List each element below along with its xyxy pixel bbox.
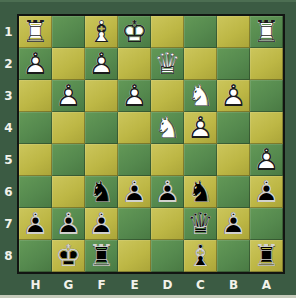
square-e1[interactable]: ♚♔ — [118, 16, 151, 48]
square-d5[interactable] — [151, 144, 184, 176]
file-label-e: E — [118, 275, 151, 295]
piece-wP-fill: ♟ — [19, 48, 52, 80]
piece-wN-fill: ♞ — [151, 112, 184, 144]
piece-wN-fill: ♞ — [184, 80, 217, 112]
square-g8[interactable]: ♚♔ — [52, 240, 85, 272]
square-h5[interactable] — [19, 144, 52, 176]
white-pawn-icon: ♙ — [250, 144, 283, 176]
white-knight-icon: ♘ — [151, 112, 184, 144]
piece-wP-fill: ♟ — [217, 80, 250, 112]
square-d2[interactable]: ♛♕ — [151, 48, 184, 80]
piece-bP-fill: ♟ — [151, 176, 184, 208]
black-pawn-icon: ♙ — [52, 208, 85, 240]
square-e3[interactable]: ♟♙ — [118, 80, 151, 112]
square-b4[interactable] — [217, 112, 250, 144]
black-knight-icon: ♘ — [85, 176, 118, 208]
rank-label-2: 2 — [0, 48, 17, 80]
square-f2[interactable]: ♟♙ — [85, 48, 118, 80]
piece-bB-fill: ♝ — [184, 240, 217, 272]
rank-label-8: 8 — [0, 240, 17, 272]
square-e5[interactable] — [118, 144, 151, 176]
piece-wP-fill: ♟ — [250, 144, 283, 176]
white-pawn-icon: ♙ — [52, 80, 85, 112]
square-f1[interactable]: ♝♗ — [85, 16, 118, 48]
file-label-h: H — [19, 275, 52, 295]
file-label-b: B — [217, 275, 250, 295]
square-c3[interactable]: ♞♘ — [184, 80, 217, 112]
square-e6[interactable]: ♟♙ — [118, 176, 151, 208]
square-b7[interactable]: ♟♙ — [217, 208, 250, 240]
square-c7[interactable]: ♛♕ — [184, 208, 217, 240]
piece-wK-fill: ♚ — [118, 16, 151, 48]
square-b8[interactable] — [217, 240, 250, 272]
square-c5[interactable] — [184, 144, 217, 176]
piece-bP-fill: ♟ — [250, 176, 283, 208]
square-f5[interactable] — [85, 144, 118, 176]
square-f6[interactable]: ♞♘ — [85, 176, 118, 208]
piece-wP-fill: ♟ — [52, 80, 85, 112]
piece-bQ-fill: ♛ — [184, 208, 217, 240]
black-rook-icon: ♖ — [250, 240, 283, 272]
square-a6[interactable]: ♟♙ — [250, 176, 283, 208]
square-h7[interactable]: ♟♙ — [19, 208, 52, 240]
square-a2[interactable] — [250, 48, 283, 80]
piece-wB-fill: ♝ — [85, 16, 118, 48]
chess-board[interactable]: ♜♖♝♗♚♔♜♖♟♙♟♙♛♕♟♙♟♙♞♘♟♙♞♘♟♙♟♙♞♘♟♙♟♙♞♘♟♙♟♙… — [17, 14, 285, 274]
square-e7[interactable] — [118, 208, 151, 240]
square-h6[interactable] — [19, 176, 52, 208]
black-bishop-icon: ♗ — [184, 240, 217, 272]
square-a1[interactable]: ♜♖ — [250, 16, 283, 48]
piece-wP-fill: ♟ — [184, 112, 217, 144]
piece-bR-fill: ♜ — [250, 240, 283, 272]
square-g2[interactable] — [52, 48, 85, 80]
rank-label-5: 5 — [0, 144, 17, 176]
piece-bN-fill: ♞ — [85, 176, 118, 208]
black-pawn-icon: ♙ — [85, 208, 118, 240]
black-rook-icon: ♖ — [85, 240, 118, 272]
piece-wR-fill: ♜ — [19, 16, 52, 48]
square-c2[interactable] — [184, 48, 217, 80]
square-f3[interactable] — [85, 80, 118, 112]
black-pawn-icon: ♙ — [151, 176, 184, 208]
square-d1[interactable] — [151, 16, 184, 48]
square-d7[interactable] — [151, 208, 184, 240]
square-e4[interactable] — [118, 112, 151, 144]
square-e2[interactable] — [118, 48, 151, 80]
file-label-a: A — [250, 275, 283, 295]
file-label-d: D — [151, 275, 184, 295]
square-d3[interactable] — [151, 80, 184, 112]
rank-labels: 12345678 — [0, 16, 17, 272]
square-e8[interactable] — [118, 240, 151, 272]
square-g6[interactable] — [52, 176, 85, 208]
square-a4[interactable] — [250, 112, 283, 144]
square-b3[interactable]: ♟♙ — [217, 80, 250, 112]
square-c1[interactable] — [184, 16, 217, 48]
rank-label-6: 6 — [0, 176, 17, 208]
rank-label-1: 1 — [0, 16, 17, 48]
piece-bP-fill: ♟ — [52, 208, 85, 240]
square-c6[interactable]: ♞♘ — [184, 176, 217, 208]
square-a8[interactable]: ♜♖ — [250, 240, 283, 272]
piece-wR-fill: ♜ — [250, 16, 283, 48]
square-c8[interactable]: ♝♗ — [184, 240, 217, 272]
square-b2[interactable] — [217, 48, 250, 80]
square-f7[interactable]: ♟♙ — [85, 208, 118, 240]
piece-bP-fill: ♟ — [217, 208, 250, 240]
black-king-icon: ♔ — [52, 240, 85, 272]
square-d6[interactable]: ♟♙ — [151, 176, 184, 208]
square-d8[interactable] — [151, 240, 184, 272]
piece-wP-fill: ♟ — [85, 48, 118, 80]
rank-label-4: 4 — [0, 112, 17, 144]
chess-board-window: 12345678 ♜♖♝♗♚♔♜♖♟♙♟♙♛♕♟♙♟♙♞♘♟♙♞♘♟♙♟♙♞♘♟… — [0, 0, 296, 298]
rank-label-3: 3 — [0, 80, 17, 112]
white-king-icon: ♔ — [118, 16, 151, 48]
square-f8[interactable]: ♜♖ — [85, 240, 118, 272]
square-h2[interactable]: ♟♙ — [19, 48, 52, 80]
white-pawn-icon: ♙ — [85, 48, 118, 80]
white-rook-icon: ♖ — [250, 16, 283, 48]
top-bevel-edge — [0, 0, 296, 2]
square-g4[interactable] — [52, 112, 85, 144]
square-b5[interactable] — [217, 144, 250, 176]
square-h1[interactable]: ♜♖ — [19, 16, 52, 48]
white-pawn-icon: ♙ — [118, 80, 151, 112]
black-pawn-icon: ♙ — [19, 208, 52, 240]
black-queen-icon: ♕ — [184, 208, 217, 240]
white-knight-icon: ♘ — [184, 80, 217, 112]
piece-wQ-fill: ♛ — [151, 48, 184, 80]
square-a7[interactable] — [250, 208, 283, 240]
square-g5[interactable] — [52, 144, 85, 176]
square-g7[interactable]: ♟♙ — [52, 208, 85, 240]
square-g3[interactable]: ♟♙ — [52, 80, 85, 112]
square-h8[interactable] — [19, 240, 52, 272]
white-pawn-icon: ♙ — [184, 112, 217, 144]
white-bishop-icon: ♗ — [85, 16, 118, 48]
piece-bR-fill: ♜ — [85, 240, 118, 272]
file-label-f: F — [85, 275, 118, 295]
white-pawn-icon: ♙ — [19, 48, 52, 80]
square-a3[interactable] — [250, 80, 283, 112]
square-h4[interactable] — [19, 112, 52, 144]
black-pawn-icon: ♙ — [250, 176, 283, 208]
file-labels: HGFEDCBA — [19, 275, 283, 295]
square-d4[interactable]: ♞♘ — [151, 112, 184, 144]
file-label-g: G — [52, 275, 85, 295]
white-queen-icon: ♕ — [151, 48, 184, 80]
piece-bP-fill: ♟ — [19, 208, 52, 240]
square-f4[interactable] — [85, 112, 118, 144]
black-pawn-icon: ♙ — [118, 176, 151, 208]
white-pawn-icon: ♙ — [217, 80, 250, 112]
square-b6[interactable] — [217, 176, 250, 208]
rank-label-7: 7 — [0, 208, 17, 240]
piece-wP-fill: ♟ — [118, 80, 151, 112]
piece-bN-fill: ♞ — [184, 176, 217, 208]
square-b1[interactable] — [217, 16, 250, 48]
piece-bK-fill: ♚ — [52, 240, 85, 272]
square-a5[interactable]: ♟♙ — [250, 144, 283, 176]
black-pawn-icon: ♙ — [217, 208, 250, 240]
square-c4[interactable]: ♟♙ — [184, 112, 217, 144]
square-g1[interactable] — [52, 16, 85, 48]
white-rook-icon: ♖ — [19, 16, 52, 48]
file-label-c: C — [184, 275, 217, 295]
piece-bP-fill: ♟ — [118, 176, 151, 208]
square-h3[interactable] — [19, 80, 52, 112]
piece-bP-fill: ♟ — [85, 208, 118, 240]
black-knight-icon: ♘ — [184, 176, 217, 208]
